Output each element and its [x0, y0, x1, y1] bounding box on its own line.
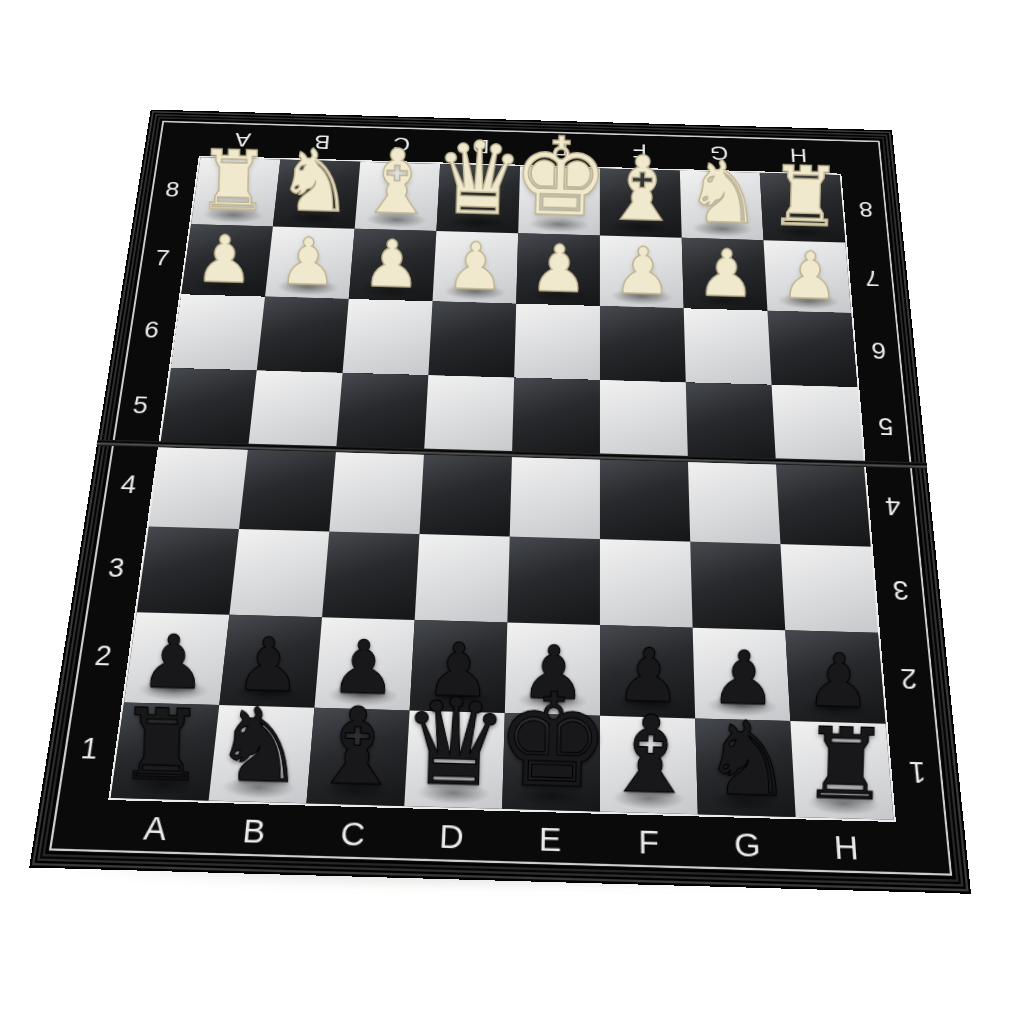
piece-black-knight[interactable]: ♞	[701, 708, 795, 813]
square-c3[interactable]	[322, 532, 419, 620]
piece-white-pawn[interactable]: ♟	[362, 231, 422, 297]
rank-label-right-5: 5	[859, 387, 913, 466]
board-frame: ABCDEFGH ABCDEFGH 87654321 87654321 ♜♞♝♛…	[29, 110, 971, 894]
square-f3[interactable]	[600, 539, 693, 628]
square-e3[interactable]	[507, 537, 600, 625]
square-b6[interactable]	[257, 297, 349, 373]
square-c1[interactable]: ♝	[306, 708, 409, 806]
square-c6[interactable]	[343, 299, 433, 375]
square-a8[interactable]: ♜	[191, 157, 280, 226]
square-e4[interactable]	[510, 455, 600, 539]
piece-black-bishop[interactable]: ♝	[601, 700, 700, 809]
square-f6[interactable]	[600, 306, 686, 382]
square-h7[interactable]: ♟	[763, 240, 851, 313]
file-label-top-h: H	[758, 137, 840, 174]
square-f1[interactable]: ♝	[600, 716, 698, 815]
piece-white-pawn[interactable]: ♟	[195, 227, 255, 293]
piece-white-pawn[interactable]: ♟	[613, 238, 673, 304]
square-e8[interactable]: ♚	[518, 166, 600, 235]
square-h3[interactable]	[780, 544, 877, 633]
board-face: ABCDEFGH ABCDEFGH 87654321 87654321 ♜♞♝♛…	[48, 120, 954, 877]
square-h4[interactable]	[776, 462, 871, 546]
square-c5[interactable]	[336, 373, 428, 453]
photo-scene: ABCDEFGH ABCDEFGH 87654321 87654321 ♜♞♝♛…	[0, 0, 1024, 1024]
square-d4[interactable]	[419, 453, 512, 537]
square-d3[interactable]	[415, 534, 510, 622]
file-label-top-f: F	[600, 132, 680, 169]
square-a1[interactable]: ♜	[111, 702, 220, 800]
square-b8[interactable]: ♞	[273, 159, 360, 228]
piece-white-pawn[interactable]: ♟	[278, 229, 338, 295]
file-label-bottom-a: A	[103, 800, 208, 856]
rank-label-right-8: 8	[841, 175, 890, 244]
file-label-bottom-g: G	[698, 816, 799, 872]
square-f7[interactable]: ♟	[600, 236, 684, 309]
square-h8[interactable]: ♜	[760, 173, 846, 243]
square-b4[interactable]	[239, 448, 336, 532]
file-label-top-g: G	[679, 134, 760, 171]
square-a6[interactable]	[171, 294, 265, 370]
square-d5[interactable]	[424, 375, 514, 455]
square-a7[interactable]: ♟	[181, 224, 273, 296]
board-perspective-wrap: ABCDEFGH ABCDEFGH 87654321 87654321 ♜♞♝♛…	[29, 110, 971, 894]
square-b7[interactable]: ♟	[265, 226, 355, 299]
square-f5[interactable]	[600, 380, 688, 460]
square-g4[interactable]	[688, 460, 781, 544]
square-c8[interactable]: ♝	[355, 162, 441, 231]
file-label-top-c: C	[360, 126, 442, 163]
rank-label-right-3: 3	[873, 547, 930, 635]
square-f8[interactable]: ♝	[600, 168, 682, 237]
rank-label-right-7: 7	[847, 242, 898, 314]
square-b5[interactable]	[248, 370, 342, 450]
square-h5[interactable]	[772, 385, 864, 465]
square-h6[interactable]	[767, 311, 857, 387]
square-e6[interactable]	[514, 304, 600, 380]
square-a3[interactable]	[137, 526, 239, 614]
piece-black-rook[interactable]: ♜	[116, 696, 206, 796]
square-c7[interactable]: ♟	[349, 229, 437, 302]
square-b1[interactable]: ♞	[209, 705, 315, 803]
file-label-top-a: A	[201, 121, 285, 158]
file-label-bottom-c: C	[302, 806, 404, 862]
square-a5[interactable]	[160, 368, 257, 448]
piece-black-knight[interactable]: ♞	[212, 694, 306, 799]
piece-black-king[interactable]: ♚	[493, 675, 612, 807]
piece-white-pawn[interactable]: ♟	[529, 236, 589, 302]
square-d6[interactable]	[428, 301, 516, 377]
piece-black-bishop[interactable]: ♝	[308, 692, 407, 801]
square-c4[interactable]	[329, 450, 424, 534]
piece-white-pawn[interactable]: ♟	[446, 234, 506, 300]
file-label-bottom-b: B	[202, 803, 306, 859]
square-g7[interactable]: ♟	[682, 238, 768, 311]
square-e5[interactable]	[512, 377, 600, 457]
square-d7[interactable]: ♟	[432, 231, 518, 304]
file-label-bottom-e: E	[501, 811, 600, 867]
square-e7[interactable]: ♟	[516, 233, 600, 306]
square-g6[interactable]	[684, 308, 772, 384]
square-e1[interactable]: ♚	[502, 713, 600, 811]
file-label-top-d: D	[440, 128, 521, 165]
rank-label-right-4: 4	[866, 465, 921, 548]
file-label-bottom-f: F	[600, 814, 699, 870]
chess-board-grid: ♜♞♝♛♚♝♞♜♟♟♟♟♟♟♟♟♟♟♟♟♟♟♟♟♜♞♝♛♚♝♞♜	[108, 156, 896, 822]
square-g3[interactable]	[690, 542, 785, 631]
file-label-top-e: E	[520, 130, 600, 167]
rank-label-right-6: 6	[853, 313, 905, 388]
piece-white-pawn[interactable]: ♟	[696, 241, 756, 307]
square-f4[interactable]	[600, 457, 690, 541]
square-a4[interactable]	[149, 445, 248, 529]
file-label-top-b: B	[281, 123, 364, 160]
rank-label-right-1: 1	[888, 724, 948, 821]
square-g8[interactable]: ♞	[680, 171, 764, 241]
piece-white-pawn[interactable]: ♟	[780, 243, 840, 309]
file-label-bottom-d: D	[401, 808, 502, 864]
square-b3[interactable]	[229, 529, 329, 617]
square-h1[interactable]: ♜	[790, 721, 893, 820]
square-g5[interactable]	[686, 382, 776, 462]
square-g1[interactable]: ♞	[695, 718, 796, 817]
piece-black-rook[interactable]: ♜	[800, 715, 890, 815]
square-d8[interactable]: ♛	[436, 164, 520, 233]
square-d1[interactable]: ♛	[404, 710, 505, 808]
file-label-bottom-h: H	[796, 819, 898, 875]
